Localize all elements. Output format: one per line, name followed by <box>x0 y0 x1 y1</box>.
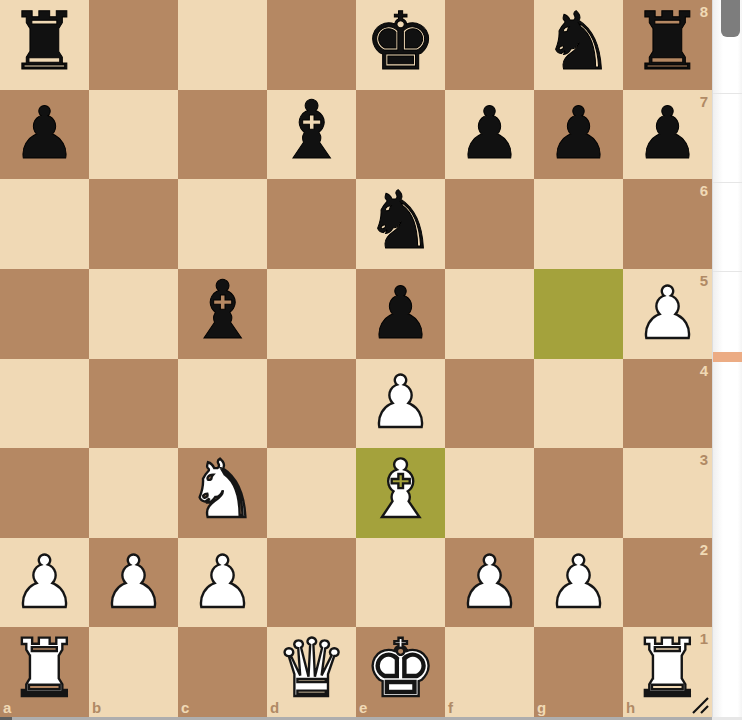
square-e4[interactable]: ♟ <box>356 359 445 449</box>
square-c3[interactable]: ♞ <box>178 448 267 538</box>
vertical-scrollbar-thumb[interactable] <box>721 0 740 37</box>
square-a4[interactable] <box>0 359 89 449</box>
square-b7[interactable] <box>89 90 178 180</box>
black-rook[interactable]: ♜ <box>632 2 704 82</box>
square-g4[interactable] <box>534 359 623 449</box>
square-f8[interactable] <box>445 0 534 90</box>
square-c5[interactable]: ♝ <box>178 269 267 359</box>
white-rook[interactable]: ♜ <box>9 629 81 709</box>
square-e3[interactable]: ♝ <box>356 448 445 538</box>
chess-app: ♜♚♞♜8♟♝♟♟♟7♞6♝♟♟5♟4♞♝3♟♟♟♟♟2♜abc♛d♚efg♜1… <box>0 0 742 720</box>
square-c2[interactable]: ♟ <box>178 538 267 628</box>
square-g6[interactable] <box>534 179 623 269</box>
square-c1[interactable]: c <box>178 627 267 717</box>
white-pawn[interactable]: ♟ <box>190 546 255 618</box>
square-b2[interactable]: ♟ <box>89 538 178 628</box>
square-h2[interactable]: 2 <box>623 538 712 628</box>
white-pawn[interactable]: ♟ <box>368 366 433 438</box>
square-b1[interactable]: b <box>89 627 178 717</box>
square-e8[interactable]: ♚ <box>356 0 445 90</box>
movelist-current-move-highlight <box>713 352 742 362</box>
white-pawn[interactable]: ♟ <box>635 277 700 349</box>
square-d3[interactable] <box>267 448 356 538</box>
black-pawn[interactable]: ♟ <box>12 97 77 169</box>
white-king[interactable]: ♚ <box>365 629 437 709</box>
square-f3[interactable] <box>445 448 534 538</box>
square-d6[interactable] <box>267 179 356 269</box>
black-bishop[interactable]: ♝ <box>276 91 348 171</box>
square-a7[interactable]: ♟ <box>0 90 89 180</box>
rank-label-6: 6 <box>700 183 708 198</box>
square-b4[interactable] <box>89 359 178 449</box>
square-f7[interactable]: ♟ <box>445 90 534 180</box>
square-b5[interactable] <box>89 269 178 359</box>
square-g5[interactable] <box>534 269 623 359</box>
square-a8[interactable]: ♜ <box>0 0 89 90</box>
square-f1[interactable]: f <box>445 627 534 717</box>
square-b6[interactable] <box>89 179 178 269</box>
square-a6[interactable] <box>0 179 89 269</box>
square-h7[interactable]: ♟7 <box>623 90 712 180</box>
square-f4[interactable] <box>445 359 534 449</box>
square-e5[interactable]: ♟ <box>356 269 445 359</box>
square-g2[interactable]: ♟ <box>534 538 623 628</box>
black-knight[interactable]: ♞ <box>543 2 615 82</box>
white-knight[interactable]: ♞ <box>187 450 259 530</box>
rank-label-2: 2 <box>700 542 708 557</box>
black-knight[interactable]: ♞ <box>365 181 437 261</box>
panel-row-separator <box>713 93 742 94</box>
square-e7[interactable] <box>356 90 445 180</box>
square-c7[interactable] <box>178 90 267 180</box>
black-king[interactable]: ♚ <box>365 2 437 82</box>
square-g8[interactable]: ♞ <box>534 0 623 90</box>
rank-label-7: 7 <box>700 94 708 109</box>
square-f2[interactable]: ♟ <box>445 538 534 628</box>
file-label-g: g <box>537 700 546 715</box>
black-pawn[interactable]: ♟ <box>368 277 433 349</box>
square-c4[interactable] <box>178 359 267 449</box>
panel-row-separator <box>713 182 742 183</box>
square-b8[interactable] <box>89 0 178 90</box>
square-e6[interactable]: ♞ <box>356 179 445 269</box>
black-pawn[interactable]: ♟ <box>546 97 611 169</box>
rank-label-3: 3 <box>700 452 708 467</box>
black-rook[interactable]: ♜ <box>9 2 81 82</box>
square-d1[interactable]: ♛d <box>267 627 356 717</box>
square-d7[interactable]: ♝ <box>267 90 356 180</box>
square-h6[interactable]: 6 <box>623 179 712 269</box>
square-d4[interactable] <box>267 359 356 449</box>
square-f6[interactable] <box>445 179 534 269</box>
file-label-f: f <box>448 700 453 715</box>
white-queen[interactable]: ♛ <box>276 629 348 709</box>
chess-board: ♜♚♞♜8♟♝♟♟♟7♞6♝♟♟5♟4♞♝3♟♟♟♟♟2♜abc♛d♚efg♜1… <box>0 0 712 717</box>
file-label-b: b <box>92 700 101 715</box>
square-g3[interactable] <box>534 448 623 538</box>
side-panel-edge <box>712 0 742 720</box>
square-e1[interactable]: ♚e <box>356 627 445 717</box>
panel-row-separator <box>713 271 742 272</box>
square-e2[interactable] <box>356 538 445 628</box>
white-pawn[interactable]: ♟ <box>101 546 166 618</box>
square-b3[interactable] <box>89 448 178 538</box>
black-pawn[interactable]: ♟ <box>457 97 522 169</box>
rank-label-5: 5 <box>700 273 708 288</box>
square-f5[interactable] <box>445 269 534 359</box>
square-c8[interactable] <box>178 0 267 90</box>
square-a3[interactable] <box>0 448 89 538</box>
square-h4[interactable]: 4 <box>623 359 712 449</box>
white-bishop[interactable]: ♝ <box>365 450 437 530</box>
black-pawn[interactable]: ♟ <box>635 97 700 169</box>
square-d5[interactable] <box>267 269 356 359</box>
square-g1[interactable]: g <box>534 627 623 717</box>
file-label-c: c <box>181 700 189 715</box>
square-h5[interactable]: ♟5 <box>623 269 712 359</box>
square-a5[interactable] <box>0 269 89 359</box>
square-h3[interactable]: 3 <box>623 448 712 538</box>
white-pawn[interactable]: ♟ <box>457 546 522 618</box>
square-h8[interactable]: ♜8 <box>623 0 712 90</box>
square-d8[interactable] <box>267 0 356 90</box>
square-a1[interactable]: ♜a <box>0 627 89 717</box>
square-a2[interactable]: ♟ <box>0 538 89 628</box>
square-g7[interactable]: ♟ <box>534 90 623 180</box>
white-pawn[interactable]: ♟ <box>12 546 77 618</box>
rank-label-4: 4 <box>700 363 708 378</box>
square-c6[interactable] <box>178 179 267 269</box>
square-d2[interactable] <box>267 538 356 628</box>
board-resize-handle[interactable] <box>689 694 711 716</box>
white-pawn[interactable]: ♟ <box>546 546 611 618</box>
black-bishop[interactable]: ♝ <box>187 271 259 351</box>
